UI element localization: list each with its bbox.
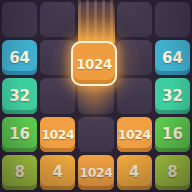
tile-32-r2c0[interactable]: 32 — [2, 78, 37, 113]
empty-cell-r1c3[interactable] — [117, 40, 152, 75]
tile-8-r4c4[interactable]: 8 — [155, 155, 190, 190]
tile-64-r1c4[interactable]: 64 — [155, 40, 190, 75]
falling-tile-1024[interactable]: 1024 — [71, 41, 117, 86]
empty-cell-r0c3[interactable] — [117, 2, 152, 37]
empty-cell-r0c2[interactable] — [78, 2, 113, 37]
tile-4-r4c1[interactable]: 4 — [40, 155, 75, 190]
tile-16-r3c0[interactable]: 16 — [2, 117, 37, 152]
game-screen: 6464323216102410241684102448 1024 — [0, 0, 192, 192]
tile-1024-r4c2[interactable]: 1024 — [78, 155, 113, 190]
board: 6464323216102410241684102448 — [2, 2, 190, 190]
empty-cell-r0c0[interactable] — [2, 2, 37, 37]
tile-4-r4c3[interactable]: 4 — [117, 155, 152, 190]
tile-1024-r3c3[interactable]: 1024 — [117, 117, 152, 152]
tile-8-r4c0[interactable]: 8 — [2, 155, 37, 190]
tile-1024-r3c1[interactable]: 1024 — [40, 117, 75, 152]
empty-cell-r0c4[interactable] — [155, 2, 190, 37]
tile-64-r1c0[interactable]: 64 — [2, 40, 37, 75]
empty-cell-r2c1[interactable] — [40, 78, 75, 113]
empty-cell-r0c1[interactable] — [40, 2, 75, 37]
tile-16-r3c4[interactable]: 16 — [155, 117, 190, 152]
tile-32-r2c4[interactable]: 32 — [155, 78, 190, 113]
empty-cell-r2c3[interactable] — [117, 78, 152, 113]
empty-cell-r3c2[interactable] — [78, 117, 113, 152]
